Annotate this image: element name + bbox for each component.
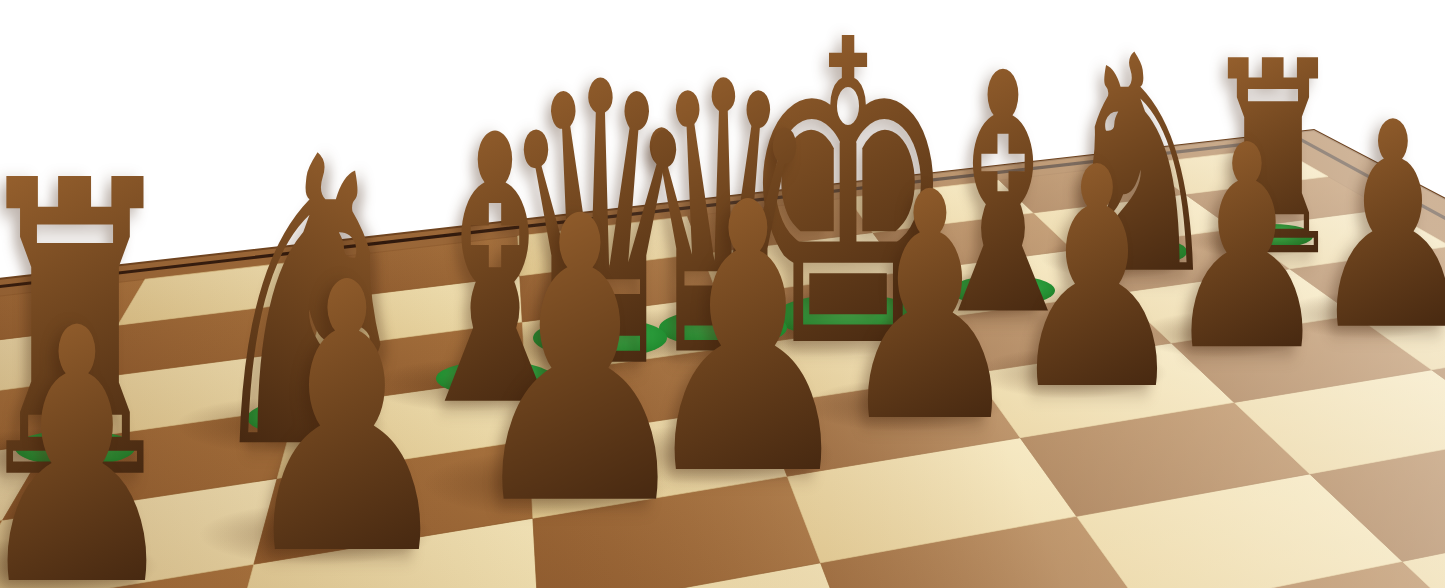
chess-set-photo: ♜♞♝♛♛♚♝♞♜♟♟♟♟♟♟♟♟ bbox=[0, 0, 1445, 588]
piece-pawn[interactable]: ♟ bbox=[0, 283, 181, 588]
piece-pawn[interactable]: ♟ bbox=[1164, 108, 1330, 389]
piece-pawn[interactable]: ♟ bbox=[837, 152, 1023, 466]
piece-pawn[interactable]: ♟ bbox=[464, 167, 697, 560]
piece-pawn[interactable]: ♟ bbox=[237, 235, 457, 588]
chess-pieces-layer: ♜♞♝♛♛♚♝♞♜♟♟♟♟♟♟♟♟ bbox=[0, 0, 1445, 588]
piece-pawn[interactable]: ♟ bbox=[1007, 128, 1187, 432]
